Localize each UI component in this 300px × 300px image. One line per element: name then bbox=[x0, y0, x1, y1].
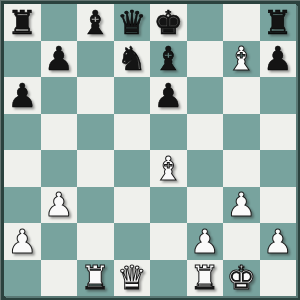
black-knight-piece-d7[interactable]: ♞ bbox=[117, 42, 147, 75]
square-h7[interactable]: ♟ bbox=[260, 41, 297, 78]
square-g4[interactable] bbox=[223, 150, 260, 187]
square-e4[interactable]: ♝ bbox=[150, 150, 187, 187]
white-pawn-piece-f2[interactable]: ♟ bbox=[190, 225, 220, 258]
square-e6[interactable]: ♟ bbox=[150, 77, 187, 114]
square-c1[interactable]: ♜ bbox=[77, 260, 114, 297]
white-pawn-piece-a2[interactable]: ♟ bbox=[7, 225, 37, 258]
square-f4[interactable] bbox=[187, 150, 224, 187]
square-f5[interactable] bbox=[187, 114, 224, 151]
white-bishop-piece-e4[interactable]: ♝ bbox=[153, 152, 183, 185]
square-a7[interactable] bbox=[4, 41, 41, 78]
square-a8[interactable]: ♜ bbox=[4, 4, 41, 41]
square-d4[interactable] bbox=[114, 150, 151, 187]
chess-board: ♜♝♛♚♜♟♞♝♝♟♟♟♝♟♟♟♟♟♜♛♜♚ bbox=[4, 4, 296, 296]
black-bishop-piece-e7[interactable]: ♝ bbox=[153, 42, 183, 75]
square-e2[interactable] bbox=[150, 223, 187, 260]
square-e1[interactable] bbox=[150, 260, 187, 297]
white-rook-piece-f1[interactable]: ♜ bbox=[190, 261, 220, 294]
square-c7[interactable] bbox=[77, 41, 114, 78]
black-pawn-piece-a6[interactable]: ♟ bbox=[7, 79, 37, 112]
black-rook-piece-a8[interactable]: ♜ bbox=[7, 6, 37, 39]
white-rook-piece-c1[interactable]: ♜ bbox=[80, 261, 110, 294]
square-c5[interactable] bbox=[77, 114, 114, 151]
square-g7[interactable]: ♝ bbox=[223, 41, 260, 78]
square-a4[interactable] bbox=[4, 150, 41, 187]
square-d5[interactable] bbox=[114, 114, 151, 151]
square-h4[interactable] bbox=[260, 150, 297, 187]
square-d2[interactable] bbox=[114, 223, 151, 260]
square-b5[interactable] bbox=[41, 114, 78, 151]
square-g5[interactable] bbox=[223, 114, 260, 151]
square-b1[interactable] bbox=[41, 260, 78, 297]
square-c8[interactable]: ♝ bbox=[77, 4, 114, 41]
square-g8[interactable] bbox=[223, 4, 260, 41]
black-bishop-piece-c8[interactable]: ♝ bbox=[80, 6, 110, 39]
square-h2[interactable]: ♟ bbox=[260, 223, 297, 260]
square-a5[interactable] bbox=[4, 114, 41, 151]
square-h6[interactable] bbox=[260, 77, 297, 114]
white-bishop-piece-g7[interactable]: ♝ bbox=[226, 42, 256, 75]
square-e7[interactable]: ♝ bbox=[150, 41, 187, 78]
square-a1[interactable] bbox=[4, 260, 41, 297]
black-queen-piece-d8[interactable]: ♛ bbox=[117, 6, 147, 39]
square-b4[interactable] bbox=[41, 150, 78, 187]
white-king-piece-g1[interactable]: ♚ bbox=[226, 261, 256, 294]
square-a6[interactable]: ♟ bbox=[4, 77, 41, 114]
square-d3[interactable] bbox=[114, 187, 151, 224]
white-pawn-piece-g3[interactable]: ♟ bbox=[226, 188, 256, 221]
square-a3[interactable] bbox=[4, 187, 41, 224]
square-g2[interactable] bbox=[223, 223, 260, 260]
square-g1[interactable]: ♚ bbox=[223, 260, 260, 297]
square-h1[interactable] bbox=[260, 260, 297, 297]
square-h8[interactable]: ♜ bbox=[260, 4, 297, 41]
square-f8[interactable] bbox=[187, 4, 224, 41]
square-f7[interactable] bbox=[187, 41, 224, 78]
black-pawn-piece-h7[interactable]: ♟ bbox=[263, 42, 293, 75]
square-c3[interactable] bbox=[77, 187, 114, 224]
square-g3[interactable]: ♟ bbox=[223, 187, 260, 224]
square-h3[interactable] bbox=[260, 187, 297, 224]
square-f6[interactable] bbox=[187, 77, 224, 114]
square-c2[interactable] bbox=[77, 223, 114, 260]
white-pawn-piece-h2[interactable]: ♟ bbox=[263, 225, 293, 258]
square-b3[interactable]: ♟ bbox=[41, 187, 78, 224]
square-c6[interactable] bbox=[77, 77, 114, 114]
white-pawn-piece-b3[interactable]: ♟ bbox=[44, 188, 74, 221]
square-e3[interactable] bbox=[150, 187, 187, 224]
square-b7[interactable]: ♟ bbox=[41, 41, 78, 78]
black-pawn-piece-e6[interactable]: ♟ bbox=[153, 79, 183, 112]
square-f2[interactable]: ♟ bbox=[187, 223, 224, 260]
square-b2[interactable] bbox=[41, 223, 78, 260]
square-g6[interactable] bbox=[223, 77, 260, 114]
square-c4[interactable] bbox=[77, 150, 114, 187]
square-d7[interactable]: ♞ bbox=[114, 41, 151, 78]
square-d1[interactable]: ♛ bbox=[114, 260, 151, 297]
chess-board-frame: ♜♝♛♚♜♟♞♝♝♟♟♟♝♟♟♟♟♟♜♛♜♚ bbox=[0, 0, 300, 300]
square-b8[interactable] bbox=[41, 4, 78, 41]
black-rook-piece-h8[interactable]: ♜ bbox=[263, 6, 293, 39]
square-e5[interactable] bbox=[150, 114, 187, 151]
white-queen-piece-d1[interactable]: ♛ bbox=[117, 261, 147, 294]
black-pawn-piece-b7[interactable]: ♟ bbox=[44, 42, 74, 75]
black-king-piece-e8[interactable]: ♚ bbox=[153, 6, 183, 39]
square-b6[interactable] bbox=[41, 77, 78, 114]
square-d8[interactable]: ♛ bbox=[114, 4, 151, 41]
square-h5[interactable] bbox=[260, 114, 297, 151]
square-a2[interactable]: ♟ bbox=[4, 223, 41, 260]
square-f1[interactable]: ♜ bbox=[187, 260, 224, 297]
square-f3[interactable] bbox=[187, 187, 224, 224]
square-e8[interactable]: ♚ bbox=[150, 4, 187, 41]
square-d6[interactable] bbox=[114, 77, 151, 114]
